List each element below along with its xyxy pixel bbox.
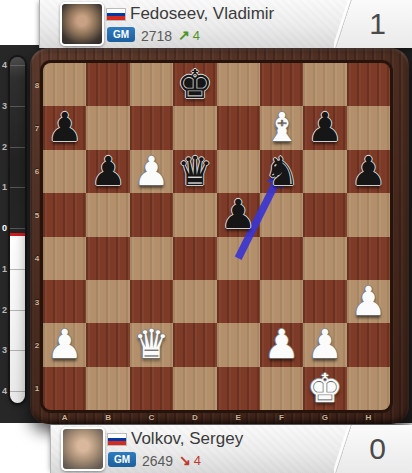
- piece-black-pawn-e5[interactable]: ♟: [217, 193, 260, 236]
- square-e6[interactable]: [217, 150, 260, 193]
- square-g5[interactable]: [303, 193, 346, 236]
- rating-delta-bottom: 4: [194, 453, 201, 468]
- square-f8[interactable]: [260, 63, 303, 106]
- eval-tick: [10, 187, 25, 188]
- square-f3[interactable]: [260, 280, 303, 323]
- player-rating-bottom: 2649: [142, 453, 173, 469]
- rank-label-2: 2: [32, 341, 42, 350]
- rating-delta-top: 4: [193, 28, 200, 43]
- player-bar-bottom[interactable]: Volkov, Sergey GM 2649 ↘4 0: [50, 425, 412, 473]
- square-a4[interactable]: [43, 237, 86, 280]
- square-e7[interactable]: [217, 106, 260, 149]
- rank-label-5: 5: [32, 211, 42, 220]
- square-g4[interactable]: [303, 237, 346, 280]
- score-wedge-top: 1: [334, 0, 412, 48]
- eval-label-8: 4: [0, 386, 9, 396]
- piece-black-pawn-h6[interactable]: ♟: [347, 150, 390, 193]
- eval-label-3: 1: [0, 182, 9, 192]
- piece-white-king-g1[interactable]: ♚: [303, 367, 346, 410]
- player-name-top: Fedoseev, Vladimir: [130, 4, 274, 24]
- square-a5[interactable]: [43, 193, 86, 236]
- file-label-b: B: [86, 411, 129, 424]
- square-c3[interactable]: [130, 280, 173, 323]
- square-d7[interactable]: [173, 106, 216, 149]
- player-score-top: 1: [369, 7, 386, 41]
- square-g3[interactable]: [303, 280, 346, 323]
- square-b2[interactable]: [86, 323, 129, 366]
- rank-label-6: 6: [32, 167, 42, 176]
- square-h7[interactable]: [347, 106, 390, 149]
- square-a8[interactable]: [43, 63, 86, 106]
- player-photo-top: [60, 2, 104, 46]
- piece-black-pawn-g7[interactable]: ♟: [303, 106, 346, 149]
- square-g6[interactable]: [303, 150, 346, 193]
- russia-flag-icon: [106, 8, 126, 21]
- square-c8[interactable]: [130, 63, 173, 106]
- square-h5[interactable]: [347, 193, 390, 236]
- eval-tick: [10, 269, 25, 270]
- rank-label-7: 7: [32, 124, 42, 133]
- piece-black-king-d8[interactable]: ♚: [173, 63, 216, 106]
- square-d5[interactable]: [173, 193, 216, 236]
- eval-label-4: 0: [0, 223, 9, 233]
- square-d2[interactable]: [173, 323, 216, 366]
- eval-tick: [10, 350, 25, 351]
- square-e1[interactable]: [217, 367, 260, 410]
- square-b8[interactable]: [86, 63, 129, 106]
- rating-trend-top: ↗4: [178, 27, 200, 43]
- chess-board-frame: 87654321 ABCDEFGH ♚♟♝♟♟♟♛♞♟♟♟♟♛♟♟♚: [30, 48, 409, 424]
- player-bar-top[interactable]: Fedoseev, Vladimir GM 2718 ↗4 1: [39, 0, 412, 48]
- evaluation-bar: [10, 57, 25, 403]
- file-label-g: G: [303, 411, 346, 424]
- square-f1[interactable]: [260, 367, 303, 410]
- square-h1[interactable]: [347, 367, 390, 410]
- file-label-e: E: [217, 411, 260, 424]
- gm-title-badge-top: GM: [107, 27, 135, 42]
- piece-white-pawn-c6[interactable]: ♟: [130, 150, 173, 193]
- player-photo-bottom: [61, 427, 105, 471]
- square-b3[interactable]: [86, 280, 129, 323]
- file-label-h: H: [347, 411, 390, 424]
- player-name-bottom: Volkov, Sergey: [131, 429, 243, 449]
- square-c5[interactable]: [130, 193, 173, 236]
- eval-label-0: 4: [0, 60, 9, 70]
- square-h8[interactable]: [347, 63, 390, 106]
- square-b7[interactable]: [86, 106, 129, 149]
- piece-white-queen-c2[interactable]: ♛: [130, 323, 173, 366]
- evaluation-white-fill: [10, 236, 25, 403]
- eval-tick: [10, 65, 25, 66]
- file-label-f: F: [260, 411, 303, 424]
- rank-label-3: 3: [32, 298, 42, 307]
- square-c7[interactable]: [130, 106, 173, 149]
- evaluation-gauge: 432101234: [0, 45, 30, 423]
- russia-flag-icon: [107, 433, 127, 446]
- eval-label-6: 2: [0, 305, 9, 315]
- player-score-bottom: 0: [369, 432, 386, 466]
- square-e4[interactable]: [217, 237, 260, 280]
- eval-tick: [10, 391, 25, 392]
- square-h2[interactable]: [347, 323, 390, 366]
- square-e8[interactable]: [217, 63, 260, 106]
- square-a1[interactable]: [43, 367, 86, 410]
- square-h4[interactable]: [347, 237, 390, 280]
- eval-label-2: 2: [0, 142, 9, 152]
- square-d3[interactable]: [173, 280, 216, 323]
- rank-label-8: 8: [32, 81, 42, 90]
- square-d1[interactable]: [173, 367, 216, 410]
- piece-black-pawn-b6[interactable]: ♟: [86, 150, 129, 193]
- eval-label-5: 1: [0, 264, 9, 274]
- square-e2[interactable]: [217, 323, 260, 366]
- piece-black-pawn-a7[interactable]: ♟: [43, 106, 86, 149]
- file-label-c: C: [130, 411, 173, 424]
- piece-white-pawn-g2[interactable]: ♟: [303, 323, 346, 366]
- player-rating-top: 2718: [141, 28, 172, 44]
- rating-trend-bottom: ↘4: [179, 452, 201, 468]
- square-a6[interactable]: [43, 150, 86, 193]
- rank-label-1: 1: [32, 384, 42, 393]
- eval-label-1: 3: [0, 101, 9, 111]
- piece-white-pawn-f2[interactable]: ♟: [260, 323, 303, 366]
- eval-tick: [10, 310, 25, 311]
- piece-white-bishop-f7[interactable]: ♝: [260, 106, 303, 149]
- square-c1[interactable]: [130, 367, 173, 410]
- square-a3[interactable]: [43, 280, 86, 323]
- piece-white-pawn-h3[interactable]: ♟: [347, 280, 390, 323]
- square-g8[interactable]: [303, 63, 346, 106]
- square-c4[interactable]: [130, 237, 173, 280]
- square-b1[interactable]: [86, 367, 129, 410]
- eval-label-7: 3: [0, 345, 9, 355]
- square-b5[interactable]: [86, 193, 129, 236]
- rank-label-4: 4: [32, 254, 42, 263]
- square-b4[interactable]: [86, 237, 129, 280]
- piece-black-queen-d6[interactable]: ♛: [173, 150, 216, 193]
- file-label-d: D: [173, 411, 216, 424]
- file-label-a: A: [43, 411, 86, 424]
- square-e3[interactable]: [217, 280, 260, 323]
- square-f5[interactable]: [260, 193, 303, 236]
- eval-tick: [10, 228, 25, 229]
- eval-tick: [10, 147, 25, 148]
- rating-down-icon: ↘: [179, 452, 191, 468]
- piece-white-pawn-a2[interactable]: ♟: [43, 323, 86, 366]
- rating-up-icon: ↗: [178, 27, 190, 43]
- score-wedge-bottom: 0: [334, 425, 412, 473]
- evaluation-black-fill: [10, 57, 25, 233]
- chess-board[interactable]: ♚♟♝♟♟♟♛♞♟♟♟♟♛♟♟♚: [43, 63, 390, 410]
- piece-black-knight-f6[interactable]: ♞: [260, 150, 303, 193]
- gm-title-badge-bottom: GM: [108, 452, 136, 467]
- square-f4[interactable]: [260, 237, 303, 280]
- square-d4[interactable]: [173, 237, 216, 280]
- eval-tick: [10, 106, 25, 107]
